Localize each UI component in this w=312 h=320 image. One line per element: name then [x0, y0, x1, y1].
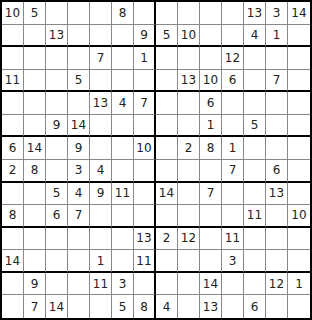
cell-r6c5-empty[interactable]	[90, 115, 112, 138]
cell-r12c12-empty[interactable]	[244, 250, 266, 273]
cell-r8c1-given: 2	[2, 160, 24, 183]
cell-r12c7-given: 11	[134, 250, 156, 273]
cell-r8c11-given: 7	[222, 160, 244, 183]
cell-r2c1-empty[interactable]	[2, 25, 24, 48]
cell-r14c10-given: 13	[200, 295, 222, 318]
cell-r6c9-empty[interactable]	[178, 115, 200, 138]
cell-r14c2-given: 7	[24, 295, 46, 318]
cell-r9c12-empty[interactable]	[244, 183, 266, 206]
cell-r13c4-empty[interactable]	[68, 273, 90, 296]
cell-r14c8-given: 4	[156, 295, 178, 318]
cell-r3c8-empty[interactable]	[156, 47, 178, 70]
cell-r6c6-empty[interactable]	[112, 115, 134, 138]
cell-r14c7-given: 8	[134, 295, 156, 318]
cell-r5c8-empty[interactable]	[156, 92, 178, 115]
cell-r4c8-empty[interactable]	[156, 70, 178, 93]
cell-r2c8-given: 5	[156, 25, 178, 48]
cell-r8c5-given: 4	[90, 160, 112, 183]
cell-r4c10-given: 10	[200, 70, 222, 93]
cell-r1c10-empty[interactable]	[200, 2, 222, 25]
cell-r10c11-empty[interactable]	[222, 205, 244, 228]
cell-r2c5-empty[interactable]	[90, 25, 112, 48]
cell-r11c5-empty[interactable]	[90, 228, 112, 251]
cell-r11c9-given: 12	[178, 228, 200, 251]
cell-r11c4-empty[interactable]	[68, 228, 90, 251]
cell-r7c2-given: 14	[24, 137, 46, 160]
cell-r11c12-empty[interactable]	[244, 228, 266, 251]
cell-r14c11-empty[interactable]	[222, 295, 244, 318]
cell-r2c2-empty[interactable]	[24, 25, 46, 48]
cell-r4c7-empty[interactable]	[134, 70, 156, 93]
cell-r3c3-empty[interactable]	[46, 47, 68, 70]
cell-r5c4-empty[interactable]	[68, 92, 90, 115]
cell-r8c9-empty[interactable]	[178, 160, 200, 183]
cell-r11c1-empty[interactable]	[2, 228, 24, 251]
cell-r7c7-given: 10	[134, 137, 156, 160]
cell-r4c2-empty[interactable]	[24, 70, 46, 93]
cell-r11c8-given: 2	[156, 228, 178, 251]
cell-r2c6-empty[interactable]	[112, 25, 134, 48]
cell-r8c14-empty[interactable]	[288, 160, 310, 183]
cell-r11c14-empty[interactable]	[288, 228, 310, 251]
cell-r13c13-given: 12	[266, 273, 288, 296]
cell-r10c13-empty[interactable]	[266, 205, 288, 228]
cell-r14c4-empty[interactable]	[68, 295, 90, 318]
cell-r8c13-given: 6	[266, 160, 288, 183]
cell-r7c9-given: 2	[178, 137, 200, 160]
cell-r6c14-empty[interactable]	[288, 115, 310, 138]
cell-r4c1-given: 11	[2, 70, 24, 93]
cell-r6c1-empty[interactable]	[2, 115, 24, 138]
cell-r2c11-empty[interactable]	[222, 25, 244, 48]
cell-r12c10-empty[interactable]	[200, 250, 222, 273]
cell-r4c13-given: 7	[266, 70, 288, 93]
cell-r9c13-given: 13	[266, 183, 288, 206]
cell-r9c11-empty[interactable]	[222, 183, 244, 206]
cell-r10c14-given: 10	[288, 205, 310, 228]
cell-r13c3-empty[interactable]	[46, 273, 68, 296]
cell-r10c4-given: 7	[68, 205, 90, 228]
cell-r9c3-given: 5	[46, 183, 68, 206]
cell-r11c3-empty[interactable]	[46, 228, 68, 251]
cell-r9c10-given: 7	[200, 183, 222, 206]
cell-r2c10-empty[interactable]	[200, 25, 222, 48]
cell-r1c13-given: 3	[266, 2, 288, 25]
cell-r3c7-given: 1	[134, 47, 156, 70]
cell-r4c14-empty[interactable]	[288, 70, 310, 93]
cell-r3c10-empty[interactable]	[200, 47, 222, 70]
cell-r9c8-given: 14	[156, 183, 178, 206]
cell-r5c9-empty[interactable]	[178, 92, 200, 115]
cell-r14c13-empty[interactable]	[266, 295, 288, 318]
cell-r10c8-empty[interactable]	[156, 205, 178, 228]
cell-r6c10-given: 1	[200, 115, 222, 138]
cell-r5c14-empty[interactable]	[288, 92, 310, 115]
cell-r4c12-empty[interactable]	[244, 70, 266, 93]
cell-r5c5-given: 13	[90, 92, 112, 115]
cell-r2c3-given: 13	[46, 25, 68, 48]
cell-r7c11-given: 1	[222, 137, 244, 160]
cell-r1c3-empty[interactable]	[46, 2, 68, 25]
cell-r13c11-empty[interactable]	[222, 273, 244, 296]
cell-r3c11-given: 12	[222, 47, 244, 70]
cell-r3c1-empty[interactable]	[2, 47, 24, 70]
cell-r12c13-empty[interactable]	[266, 250, 288, 273]
cell-r5c3-empty[interactable]	[46, 92, 68, 115]
cell-r3c5-given: 7	[90, 47, 112, 70]
cell-r14c3-given: 14	[46, 295, 68, 318]
cell-r11c6-empty[interactable]	[112, 228, 134, 251]
cell-r9c4-given: 4	[68, 183, 90, 206]
cell-r1c12-given: 13	[244, 2, 266, 25]
cell-r11c13-empty[interactable]	[266, 228, 288, 251]
cell-r6c4-given: 14	[68, 115, 90, 138]
cell-r12c5-given: 1	[90, 250, 112, 273]
cell-r3c13-empty[interactable]	[266, 47, 288, 70]
cell-r4c5-empty[interactable]	[90, 70, 112, 93]
cell-r12c1-given: 14	[2, 250, 24, 273]
cell-r4c9-given: 13	[178, 70, 200, 93]
cell-r1c2-given: 5	[24, 2, 46, 25]
cell-r9c5-given: 9	[90, 183, 112, 206]
cell-r6c8-empty[interactable]	[156, 115, 178, 138]
cell-r9c1-empty[interactable]	[2, 183, 24, 206]
cell-r6c2-empty[interactable]	[24, 115, 46, 138]
cell-r3c4-empty[interactable]	[68, 47, 90, 70]
cell-r7c13-empty[interactable]	[266, 137, 288, 160]
cell-r6c11-empty[interactable]	[222, 115, 244, 138]
cell-r4c3-empty[interactable]	[46, 70, 68, 93]
cell-r3c2-empty[interactable]	[24, 47, 46, 70]
cell-r11c10-empty[interactable]	[200, 228, 222, 251]
cell-r3c6-empty[interactable]	[112, 47, 134, 70]
cell-r14c14-empty[interactable]	[288, 295, 310, 318]
cell-r4c11-given: 6	[222, 70, 244, 93]
cell-r2c7-given: 9	[134, 25, 156, 48]
cell-r13c1-empty[interactable]	[2, 273, 24, 296]
cell-r8c8-empty[interactable]	[156, 160, 178, 183]
cell-r12c11-given: 3	[222, 250, 244, 273]
cell-r14c6-given: 5	[112, 295, 134, 318]
cell-r12c6-empty[interactable]	[112, 250, 134, 273]
cell-r13c8-empty[interactable]	[156, 273, 178, 296]
cell-r10c9-empty[interactable]	[178, 205, 200, 228]
cell-r5c13-empty[interactable]	[266, 92, 288, 115]
cell-r7c8-empty[interactable]	[156, 137, 178, 160]
cell-r2c12-given: 4	[244, 25, 266, 48]
cell-r8c4-given: 3	[68, 160, 90, 183]
cell-r2c9-given: 10	[178, 25, 200, 48]
cell-r4c6-empty[interactable]	[112, 70, 134, 93]
cell-r8c6-empty[interactable]	[112, 160, 134, 183]
cell-r7c6-empty[interactable]	[112, 137, 134, 160]
cell-r9c7-empty[interactable]	[134, 183, 156, 206]
cell-r12c4-empty[interactable]	[68, 250, 90, 273]
cell-r1c14-given: 14	[288, 2, 310, 25]
cell-r8c2-given: 8	[24, 160, 46, 183]
cell-r10c6-empty[interactable]	[112, 205, 134, 228]
cell-r8c7-empty[interactable]	[134, 160, 156, 183]
sudoku-board: 1058133141395104171121151310671347691415…	[0, 0, 312, 320]
cell-r12c8-empty[interactable]	[156, 250, 178, 273]
cell-r6c13-empty[interactable]	[266, 115, 288, 138]
cell-r11c2-empty[interactable]	[24, 228, 46, 251]
cell-r9c14-empty[interactable]	[288, 183, 310, 206]
cell-r10c1-given: 8	[2, 205, 24, 228]
cell-r10c12-given: 11	[244, 205, 266, 228]
cell-r7c3-empty[interactable]	[46, 137, 68, 160]
cell-r10c10-empty[interactable]	[200, 205, 222, 228]
cell-r14c1-empty[interactable]	[2, 295, 24, 318]
cell-r5c12-empty[interactable]	[244, 92, 266, 115]
cell-r13c12-empty[interactable]	[244, 273, 266, 296]
cell-r7c4-given: 9	[68, 137, 90, 160]
cell-r5c7-given: 7	[134, 92, 156, 115]
cell-r1c4-empty[interactable]	[68, 2, 90, 25]
cell-r13c10-given: 14	[200, 273, 222, 296]
cell-r14c12-given: 6	[244, 295, 266, 318]
cell-r4c4-given: 5	[68, 70, 90, 93]
cell-r10c7-empty[interactable]	[134, 205, 156, 228]
cell-r1c11-empty[interactable]	[222, 2, 244, 25]
cell-r1c6-given: 8	[112, 2, 134, 25]
cell-r8c12-empty[interactable]	[244, 160, 266, 183]
cell-r13c5-given: 11	[90, 273, 112, 296]
cell-r11c11-given: 11	[222, 228, 244, 251]
cell-r9c6-given: 11	[112, 183, 134, 206]
cell-r12c9-empty[interactable]	[178, 250, 200, 273]
cell-r7c10-given: 8	[200, 137, 222, 160]
cell-r3c14-empty[interactable]	[288, 47, 310, 70]
cell-r12c14-empty[interactable]	[288, 250, 310, 273]
cell-r1c9-empty[interactable]	[178, 2, 200, 25]
cell-r13c14-given: 1	[288, 273, 310, 296]
cell-r3c9-empty[interactable]	[178, 47, 200, 70]
cell-r10c2-empty[interactable]	[24, 205, 46, 228]
cell-r5c2-empty[interactable]	[24, 92, 46, 115]
cell-r2c14-empty[interactable]	[288, 25, 310, 48]
cell-r5c1-empty[interactable]	[2, 92, 24, 115]
cell-r6c3-given: 9	[46, 115, 68, 138]
cell-r13c6-given: 3	[112, 273, 134, 296]
cell-r12c2-empty[interactable]	[24, 250, 46, 273]
cell-r8c3-empty[interactable]	[46, 160, 68, 183]
cell-r6c7-empty[interactable]	[134, 115, 156, 138]
cell-r2c13-given: 1	[266, 25, 288, 48]
cell-r7c5-empty[interactable]	[90, 137, 112, 160]
cell-r7c14-empty[interactable]	[288, 137, 310, 160]
cell-r13c7-empty[interactable]	[134, 273, 156, 296]
cell-r13c9-empty[interactable]	[178, 273, 200, 296]
cell-r2c4-empty[interactable]	[68, 25, 90, 48]
cell-r9c9-empty[interactable]	[178, 183, 200, 206]
cell-r3c12-empty[interactable]	[244, 47, 266, 70]
cell-r10c3-given: 6	[46, 205, 68, 228]
cell-r10c5-empty[interactable]	[90, 205, 112, 228]
cell-r6c12-given: 5	[244, 115, 266, 138]
cell-r7c12-empty[interactable]	[244, 137, 266, 160]
cell-r12c3-empty[interactable]	[46, 250, 68, 273]
cell-r1c5-empty[interactable]	[90, 2, 112, 25]
cell-r1c7-empty[interactable]	[134, 2, 156, 25]
cell-r5c10-given: 6	[200, 92, 222, 115]
cell-r11c7-given: 13	[134, 228, 156, 251]
cell-r14c5-empty[interactable]	[90, 295, 112, 318]
cell-r9c2-empty[interactable]	[24, 183, 46, 206]
cell-r14c9-empty[interactable]	[178, 295, 200, 318]
cell-r7c1-given: 6	[2, 137, 24, 160]
cell-r8c10-empty[interactable]	[200, 160, 222, 183]
cell-r5c6-given: 4	[112, 92, 134, 115]
cell-r13c2-given: 9	[24, 273, 46, 296]
cell-r1c1-given: 10	[2, 2, 24, 25]
cell-r5c11-empty[interactable]	[222, 92, 244, 115]
cell-r1c8-empty[interactable]	[156, 2, 178, 25]
